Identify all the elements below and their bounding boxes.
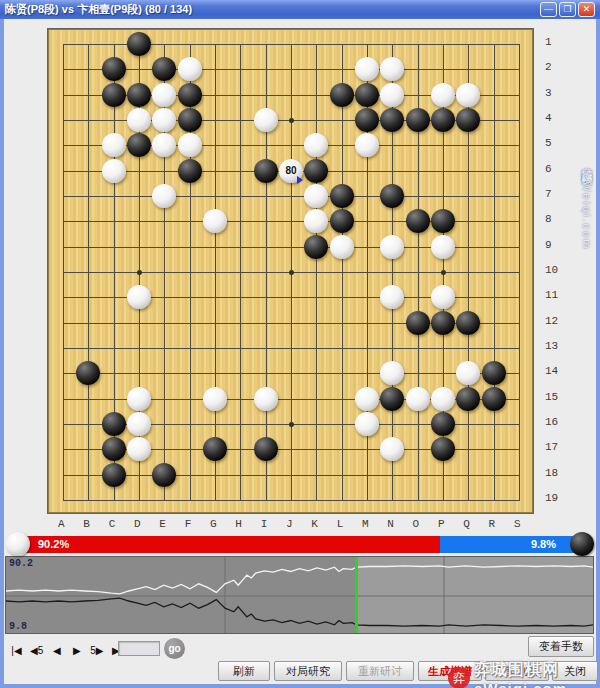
stone-white-D16[interactable] (127, 412, 151, 436)
stone-black-M3[interactable] (355, 83, 379, 107)
go-button[interactable]: go (164, 638, 185, 659)
last-move-marker-icon (297, 176, 303, 184)
stone-white-P3[interactable] (431, 83, 455, 107)
column-labels: ABCDEFGHIJKLMNOPQRS (48, 515, 533, 533)
stone-white-F2[interactable] (178, 57, 202, 81)
row-label: 3 (537, 87, 565, 99)
column-label: M (362, 518, 369, 530)
star-point (289, 118, 294, 123)
variation-moves-button[interactable]: 变着手数 (528, 636, 594, 657)
stone-white-I15[interactable] (254, 387, 278, 411)
position-judgement-button[interactable]: 形势判断 (485, 661, 549, 681)
grid-line (494, 44, 495, 501)
stone-white-P11[interactable] (431, 285, 455, 309)
winrate-chart-svg (6, 557, 593, 633)
back-1-button[interactable]: ◀ (50, 645, 63, 656)
stone-black-R14[interactable] (482, 361, 506, 385)
column-label: J (286, 518, 293, 530)
grid-line (63, 475, 520, 476)
stone-white-D15[interactable] (127, 387, 151, 411)
goban[interactable]: 80 (48, 29, 533, 513)
stone-black-F3[interactable] (178, 83, 202, 107)
row-label: 1 (537, 36, 565, 48)
row-label: 8 (537, 213, 565, 225)
stone-white-E7[interactable] (152, 184, 176, 208)
column-label: O (413, 518, 420, 530)
stone-black-K9[interactable] (304, 235, 328, 259)
stone-white-P9[interactable] (431, 235, 455, 259)
stone-white-K8[interactable] (304, 209, 328, 233)
column-label: C (109, 518, 116, 530)
row-label: 19 (537, 492, 565, 504)
stone-black-F6[interactable] (178, 159, 202, 183)
row-label: 9 (537, 239, 565, 251)
star-point (441, 270, 446, 275)
watermark-site-url: eWeiqi.com (474, 680, 567, 688)
white-stone-icon (6, 532, 30, 556)
stone-white-O15[interactable] (406, 387, 430, 411)
stone-black-O12[interactable] (406, 311, 430, 335)
row-label: 15 (537, 391, 565, 403)
close-button[interactable]: 关闭 (552, 661, 598, 681)
stone-black-P4[interactable] (431, 108, 455, 132)
column-label: D (134, 518, 141, 530)
row-label: 4 (537, 112, 565, 124)
game-review-window: 陈贤(P8段) vs 卞相壹(P9段) (80 / 134) —❐✕ 80 12… (0, 0, 600, 688)
stone-black-P17[interactable] (431, 437, 455, 461)
stone-white-N14[interactable] (380, 361, 404, 385)
stone-white-L9[interactable] (330, 235, 354, 259)
stone-black-D3[interactable] (127, 83, 151, 107)
grid-line (342, 44, 343, 501)
row-label: 6 (537, 163, 565, 175)
stone-black-C16[interactable] (102, 412, 126, 436)
title-bar[interactable]: 陈贤(P8段) vs 卞相壹(P9段) (80 / 134) —❐✕ (0, 0, 600, 19)
row-label: 14 (537, 365, 565, 377)
close-button[interactable]: ✕ (578, 2, 595, 17)
game-research-button[interactable]: 对局研究 (274, 661, 342, 681)
move-number-input[interactable] (118, 641, 160, 656)
stone-black-C2[interactable] (102, 57, 126, 81)
stone-black-P12[interactable] (431, 311, 455, 335)
row-labels: 12345678910111213141516171819 (537, 29, 565, 513)
stone-black-C18[interactable] (102, 463, 126, 487)
row-label: 12 (537, 315, 565, 327)
column-label: K (311, 518, 318, 530)
stone-white-D4[interactable] (127, 108, 151, 132)
white-winrate-label: 90.2% (38, 538, 69, 550)
stone-white-Q3[interactable] (456, 83, 480, 107)
stone-black-L8[interactable] (330, 209, 354, 233)
stone-white-M2[interactable] (355, 57, 379, 81)
stone-white-D17[interactable] (127, 437, 151, 461)
white-winrate-bar (16, 536, 440, 553)
graph-white-value: 90.2 (9, 558, 33, 569)
black-stone-icon (570, 532, 594, 556)
stone-white-N2[interactable] (380, 57, 404, 81)
playback-controls: |◀◀5◀▶5▶▶| (10, 640, 124, 660)
column-label: E (159, 518, 166, 530)
stone-black-D5[interactable] (127, 133, 151, 157)
window-title: 陈贤(P8段) vs 卞相壹(P9段) (80 / 134) (0, 2, 192, 17)
row-label: 7 (537, 188, 565, 200)
column-label: G (210, 518, 217, 530)
stone-white-K5[interactable] (304, 133, 328, 157)
forward-1-button[interactable]: ▶ (70, 645, 83, 656)
re-study-button[interactable]: 重新研讨 (346, 661, 414, 681)
stone-black-Q15[interactable] (456, 387, 480, 411)
stone-black-L7[interactable] (330, 184, 354, 208)
stone-black-B14[interactable] (76, 361, 100, 385)
stone-white-K7[interactable] (304, 184, 328, 208)
stone-white-E5[interactable] (152, 133, 176, 157)
row-label: 11 (537, 289, 565, 301)
forward-5-button[interactable]: 5▶ (90, 645, 103, 656)
black-winrate-bar (440, 536, 586, 553)
stone-white-D11[interactable] (127, 285, 151, 309)
grid-line (63, 500, 520, 501)
main-panel: 80 12345678910111213141516171819 ABCDEFG… (4, 19, 596, 684)
stone-white-Q14[interactable] (456, 361, 480, 385)
stone-white-M5[interactable] (355, 133, 379, 157)
stone-black-P16[interactable] (431, 412, 455, 436)
stone-black-C3[interactable] (102, 83, 126, 107)
star-point (289, 422, 294, 427)
stone-black-N7[interactable] (380, 184, 404, 208)
column-label: F (185, 518, 192, 530)
row-label: 5 (537, 137, 565, 149)
graph-black-value: 9.8 (9, 621, 27, 632)
stone-black-F4[interactable] (178, 108, 202, 132)
back-5-button[interactable]: ◀5 (30, 645, 43, 656)
stone-white-N9[interactable] (380, 235, 404, 259)
column-label: R (489, 518, 496, 530)
black-winrate-label: 9.8% (531, 538, 556, 550)
column-label: Q (463, 518, 470, 530)
stone-white-N11[interactable] (380, 285, 404, 309)
winrate-bar: 90.2% 9.8% (8, 533, 592, 556)
stone-black-L3[interactable] (330, 83, 354, 107)
column-label: I (261, 518, 268, 530)
stone-black-C17[interactable] (102, 437, 126, 461)
maximize-button[interactable]: ❐ (559, 2, 576, 17)
stone-white-G15[interactable] (203, 387, 227, 411)
star-point (289, 270, 294, 275)
column-label: B (83, 518, 90, 530)
stone-black-M4[interactable] (355, 108, 379, 132)
stone-white-G8[interactable] (203, 209, 227, 233)
stone-white-N3[interactable] (380, 83, 404, 107)
stone-white-F5[interactable] (178, 133, 202, 157)
stone-white-M16[interactable] (355, 412, 379, 436)
minimize-button[interactable]: — (540, 2, 557, 17)
row-label: 2 (537, 61, 565, 73)
stone-black-G17[interactable] (203, 437, 227, 461)
column-label: S (514, 518, 521, 530)
row-label: 16 (537, 416, 565, 428)
column-label: H (235, 518, 242, 530)
stone-white-N17[interactable] (380, 437, 404, 461)
first-move-button[interactable]: |◀ (10, 645, 23, 656)
winrate-graph[interactable]: 90.2 9.8 (5, 556, 594, 634)
stone-white-E4[interactable] (152, 108, 176, 132)
stone-black-I17[interactable] (254, 437, 278, 461)
grid-line (316, 44, 317, 501)
grid-line (519, 44, 520, 501)
stone-white-C6[interactable] (102, 159, 126, 183)
star-point (137, 270, 142, 275)
stone-black-N15[interactable] (380, 387, 404, 411)
row-label: 17 (537, 441, 565, 453)
stone-white-P15[interactable] (431, 387, 455, 411)
row-label: 13 (537, 340, 565, 352)
column-label: P (438, 518, 445, 530)
stone-black-O8[interactable] (406, 209, 430, 233)
column-label: L (337, 518, 344, 530)
grid-line (63, 348, 520, 349)
stone-white-E3[interactable] (152, 83, 176, 107)
stone-black-Q12[interactable] (456, 311, 480, 335)
stone-black-D1[interactable] (127, 32, 151, 56)
grid-line (63, 373, 520, 374)
stone-black-Q4[interactable] (456, 108, 480, 132)
stone-black-E2[interactable] (152, 57, 176, 81)
row-label: 10 (537, 264, 565, 276)
stone-black-K6[interactable] (304, 159, 328, 183)
stone-white-M15[interactable] (355, 387, 379, 411)
row-label: 18 (537, 467, 565, 479)
generate-kifu-button[interactable]: 生成棋谱 (418, 661, 482, 681)
refresh-button[interactable]: 刷新 (218, 661, 270, 681)
stone-black-E18[interactable] (152, 463, 176, 487)
stone-black-R15[interactable] (482, 387, 506, 411)
stone-black-N4[interactable] (380, 108, 404, 132)
stone-white-I4[interactable] (254, 108, 278, 132)
column-label: N (387, 518, 394, 530)
stone-black-O4[interactable] (406, 108, 430, 132)
stone-black-P8[interactable] (431, 209, 455, 233)
column-label: A (58, 518, 65, 530)
stone-white-C5[interactable] (102, 133, 126, 157)
window-controls: —❐✕ (540, 2, 595, 17)
stone-black-I6[interactable] (254, 159, 278, 183)
